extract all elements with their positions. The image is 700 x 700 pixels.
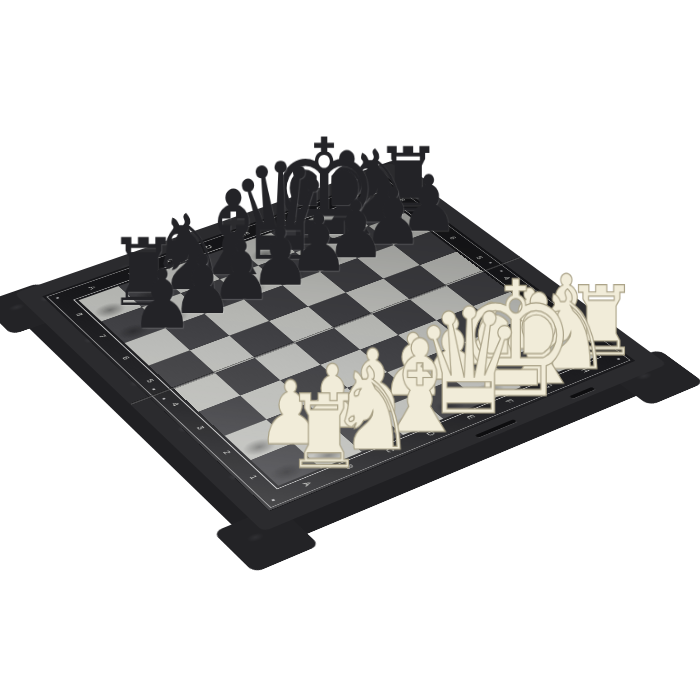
chess-case: ABCDEFGH ABCDEFGH 87654321 87654321 ♜♞♝♛… [14, 163, 667, 532]
screw-dot [152, 388, 156, 390]
piece-black-pawn[interactable]: ♟ [131, 258, 171, 341]
screw-dot [271, 499, 276, 502]
screw-dot [56, 297, 60, 299]
photo-stage: ABCDEFGH ABCDEFGH 87654321 87654321 ♜♞♝♛… [0, 0, 700, 700]
board-surface: ABCDEFGH ABCDEFGH 87654321 87654321 ♜♞♝♛… [42, 177, 635, 511]
piece-white-rook[interactable]: ♜ [285, 381, 328, 483]
screw-dot [162, 397, 166, 400]
